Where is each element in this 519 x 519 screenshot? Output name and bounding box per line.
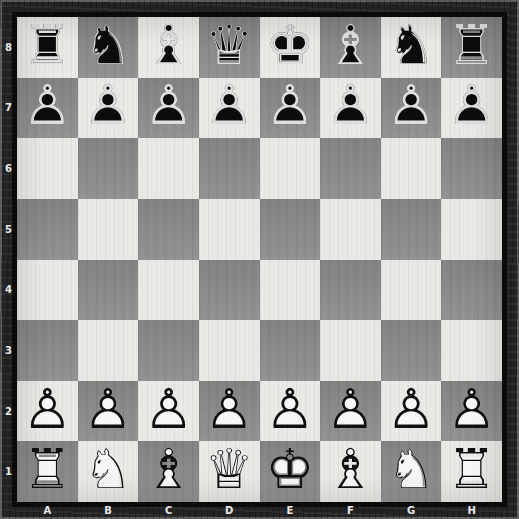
- rank-label-5: 5: [0, 199, 17, 260]
- square-c3[interactable]: [138, 320, 199, 381]
- square-d4[interactable]: [199, 260, 260, 321]
- square-a7[interactable]: ♟♙: [17, 78, 78, 139]
- square-e6[interactable]: [260, 138, 321, 199]
- rank-label-4: 4: [0, 260, 17, 321]
- piece-stroke-glyph: ♔: [260, 15, 321, 76]
- square-b6[interactable]: [78, 138, 139, 199]
- black-pawn[interactable]: ♟♙: [78, 78, 139, 139]
- square-d3[interactable]: [199, 320, 260, 381]
- square-b2[interactable]: ♟♙: [78, 381, 139, 442]
- chess-board: ♜♖♞♘♝♗♛♕♚♔♝♗♞♘♜♖♟♙♟♙♟♙♟♙♟♙♟♙♟♙♟♙♟♙♟♙♟♙♟♙…: [17, 17, 502, 502]
- rank-labels: 87654321: [0, 17, 17, 502]
- square-h2[interactable]: ♟♙: [441, 381, 502, 442]
- piece-stroke-glyph: ♙: [260, 379, 321, 440]
- square-f7[interactable]: ♟♙: [320, 78, 381, 139]
- white-pawn[interactable]: ♟♙: [441, 381, 502, 442]
- piece-stroke-glyph: ♖: [17, 15, 78, 76]
- black-pawn[interactable]: ♟♙: [17, 78, 78, 139]
- piece-stroke-glyph: ♙: [441, 379, 502, 440]
- square-f4[interactable]: [320, 260, 381, 321]
- piece-stroke-glyph: ♙: [138, 76, 199, 137]
- square-a8[interactable]: ♜♖: [17, 17, 78, 78]
- black-bishop[interactable]: ♝♗: [320, 17, 381, 78]
- square-g8[interactable]: ♞♘: [381, 17, 442, 78]
- square-d6[interactable]: [199, 138, 260, 199]
- square-d5[interactable]: [199, 199, 260, 260]
- white-bishop[interactable]: ♝♗: [320, 441, 381, 502]
- rank-label-6: 6: [0, 138, 17, 199]
- white-pawn[interactable]: ♟♙: [320, 381, 381, 442]
- white-pawn[interactable]: ♟♙: [381, 381, 442, 442]
- square-e3[interactable]: [260, 320, 321, 381]
- piece-stroke-glyph: ♗: [138, 439, 199, 500]
- piece-stroke-glyph: ♙: [78, 379, 139, 440]
- piece-stroke-glyph: ♙: [78, 76, 139, 137]
- square-f6[interactable]: [320, 138, 381, 199]
- piece-stroke-glyph: ♔: [260, 439, 321, 500]
- square-h5[interactable]: [441, 199, 502, 260]
- white-knight[interactable]: ♞♘: [78, 441, 139, 502]
- square-b4[interactable]: [78, 260, 139, 321]
- black-queen[interactable]: ♛♕: [199, 17, 260, 78]
- piece-stroke-glyph: ♕: [199, 15, 260, 76]
- square-g7[interactable]: ♟♙: [381, 78, 442, 139]
- piece-stroke-glyph: ♙: [199, 379, 260, 440]
- square-e8[interactable]: ♚♔: [260, 17, 321, 78]
- white-pawn[interactable]: ♟♙: [17, 381, 78, 442]
- piece-stroke-glyph: ♘: [381, 15, 442, 76]
- square-c1[interactable]: ♝♗: [138, 441, 199, 502]
- square-f3[interactable]: [320, 320, 381, 381]
- square-b5[interactable]: [78, 199, 139, 260]
- square-h8[interactable]: ♜♖: [441, 17, 502, 78]
- piece-stroke-glyph: ♘: [381, 439, 442, 500]
- square-a2[interactable]: ♟♙: [17, 381, 78, 442]
- square-a3[interactable]: [17, 320, 78, 381]
- black-pawn[interactable]: ♟♙: [441, 78, 502, 139]
- file-label-c: C: [138, 502, 199, 519]
- piece-stroke-glyph: ♙: [381, 379, 442, 440]
- white-bishop[interactable]: ♝♗: [138, 441, 199, 502]
- white-pawn[interactable]: ♟♙: [199, 381, 260, 442]
- black-pawn[interactable]: ♟♙: [199, 78, 260, 139]
- square-d2[interactable]: ♟♙: [199, 381, 260, 442]
- square-b8[interactable]: ♞♘: [78, 17, 139, 78]
- white-queen[interactable]: ♛♕: [199, 441, 260, 502]
- square-a1[interactable]: ♜♖: [17, 441, 78, 502]
- square-f8[interactable]: ♝♗: [320, 17, 381, 78]
- square-c8[interactable]: ♝♗: [138, 17, 199, 78]
- square-b7[interactable]: ♟♙: [78, 78, 139, 139]
- square-g1[interactable]: ♞♘: [381, 441, 442, 502]
- piece-stroke-glyph: ♖: [441, 15, 502, 76]
- white-pawn[interactable]: ♟♙: [78, 381, 139, 442]
- piece-stroke-glyph: ♙: [199, 76, 260, 137]
- square-a6[interactable]: [17, 138, 78, 199]
- square-e7[interactable]: ♟♙: [260, 78, 321, 139]
- square-c7[interactable]: ♟♙: [138, 78, 199, 139]
- piece-stroke-glyph: ♘: [78, 15, 139, 76]
- file-label-g: G: [381, 502, 442, 519]
- square-f2[interactable]: ♟♙: [320, 381, 381, 442]
- square-f5[interactable]: [320, 199, 381, 260]
- piece-stroke-glyph: ♕: [199, 439, 260, 500]
- square-b1[interactable]: ♞♘: [78, 441, 139, 502]
- piece-stroke-glyph: ♙: [381, 76, 442, 137]
- piece-stroke-glyph: ♙: [441, 76, 502, 137]
- black-king[interactable]: ♚♔: [260, 17, 321, 78]
- black-pawn[interactable]: ♟♙: [260, 78, 321, 139]
- square-e2[interactable]: ♟♙: [260, 381, 321, 442]
- file-label-h: H: [441, 502, 502, 519]
- board-frame: ♜♖♞♘♝♗♛♕♚♔♝♗♞♘♜♖♟♙♟♙♟♙♟♙♟♙♟♙♟♙♟♙♟♙♟♙♟♙♟♙…: [0, 0, 519, 519]
- square-g4[interactable]: [381, 260, 442, 321]
- black-pawn[interactable]: ♟♙: [138, 78, 199, 139]
- file-label-f: F: [320, 502, 381, 519]
- piece-stroke-glyph: ♖: [441, 439, 502, 500]
- file-label-b: B: [78, 502, 139, 519]
- black-pawn[interactable]: ♟♙: [381, 78, 442, 139]
- square-g2[interactable]: ♟♙: [381, 381, 442, 442]
- square-a4[interactable]: [17, 260, 78, 321]
- square-g5[interactable]: [381, 199, 442, 260]
- black-pawn[interactable]: ♟♙: [320, 78, 381, 139]
- piece-stroke-glyph: ♙: [320, 379, 381, 440]
- piece-stroke-glyph: ♙: [260, 76, 321, 137]
- file-label-d: D: [199, 502, 260, 519]
- black-rook[interactable]: ♜♖: [441, 17, 502, 78]
- black-rook[interactable]: ♜♖: [17, 17, 78, 78]
- white-pawn[interactable]: ♟♙: [260, 381, 321, 442]
- piece-stroke-glyph: ♙: [17, 76, 78, 137]
- square-e1[interactable]: ♚♔: [260, 441, 321, 502]
- square-h7[interactable]: ♟♙: [441, 78, 502, 139]
- piece-stroke-glyph: ♗: [320, 439, 381, 500]
- piece-stroke-glyph: ♙: [320, 76, 381, 137]
- piece-stroke-glyph: ♗: [138, 15, 199, 76]
- square-d7[interactable]: ♟♙: [199, 78, 260, 139]
- square-c6[interactable]: [138, 138, 199, 199]
- rank-label-1: 1: [0, 441, 17, 502]
- white-pawn[interactable]: ♟♙: [138, 381, 199, 442]
- square-c4[interactable]: [138, 260, 199, 321]
- square-e5[interactable]: [260, 199, 321, 260]
- square-h1[interactable]: ♜♖: [441, 441, 502, 502]
- piece-stroke-glyph: ♘: [78, 439, 139, 500]
- white-rook[interactable]: ♜♖: [17, 441, 78, 502]
- white-knight[interactable]: ♞♘: [381, 441, 442, 502]
- piece-stroke-glyph: ♙: [138, 379, 199, 440]
- rank-label-7: 7: [0, 78, 17, 139]
- square-h4[interactable]: [441, 260, 502, 321]
- black-knight[interactable]: ♞♘: [381, 17, 442, 78]
- file-label-e: E: [260, 502, 321, 519]
- square-c5[interactable]: [138, 199, 199, 260]
- square-h3[interactable]: [441, 320, 502, 381]
- piece-stroke-glyph: ♙: [17, 379, 78, 440]
- square-g3[interactable]: [381, 320, 442, 381]
- file-label-a: A: [17, 502, 78, 519]
- piece-stroke-glyph: ♗: [320, 15, 381, 76]
- square-h6[interactable]: [441, 138, 502, 199]
- rank-label-8: 8: [0, 17, 17, 78]
- square-d1[interactable]: ♛♕: [199, 441, 260, 502]
- black-bishop[interactable]: ♝♗: [138, 17, 199, 78]
- black-knight[interactable]: ♞♘: [78, 17, 139, 78]
- square-a5[interactable]: [17, 199, 78, 260]
- square-g6[interactable]: [381, 138, 442, 199]
- square-b3[interactable]: [78, 320, 139, 381]
- file-labels: ABCDEFGH: [17, 502, 502, 519]
- square-d8[interactable]: ♛♕: [199, 17, 260, 78]
- square-f1[interactable]: ♝♗: [320, 441, 381, 502]
- rank-label-3: 3: [0, 320, 17, 381]
- rank-label-2: 2: [0, 381, 17, 442]
- square-e4[interactable]: [260, 260, 321, 321]
- white-king[interactable]: ♚♔: [260, 441, 321, 502]
- square-c2[interactable]: ♟♙: [138, 381, 199, 442]
- white-rook[interactable]: ♜♖: [441, 441, 502, 502]
- piece-stroke-glyph: ♖: [17, 439, 78, 500]
